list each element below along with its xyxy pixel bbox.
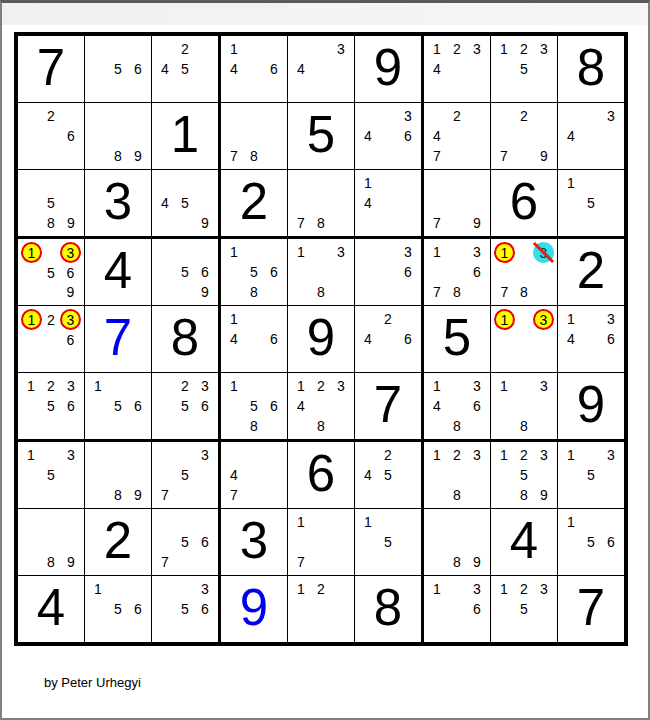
- cell-r7c9[interactable]: 135: [558, 442, 624, 509]
- cell-r4c4[interactable]: 1568: [221, 239, 288, 306]
- candidate: 8: [453, 285, 461, 299]
- pm-pos-8: 8: [311, 416, 331, 436]
- candidate: 6: [404, 129, 412, 143]
- candidate: 8: [317, 216, 325, 230]
- pm-pos-5: [311, 59, 331, 79]
- pm-pos-8: [244, 485, 264, 505]
- pm-pos-6: 6: [128, 599, 148, 619]
- cell-r5c2[interactable]: 7: [85, 306, 152, 373]
- pm-pos-2: 2: [514, 106, 534, 126]
- candidate: 3: [201, 582, 209, 596]
- cell-r4c7[interactable]: 13678: [424, 239, 491, 306]
- candidate: 5: [520, 62, 528, 76]
- pm-pos-9: [331, 619, 351, 639]
- pm-pos-2: [175, 173, 195, 193]
- cell-r6c7[interactable]: 13468: [424, 373, 491, 442]
- pm-pos-5: 5: [514, 59, 534, 79]
- cell-r4c2[interactable]: 4: [85, 239, 152, 306]
- cell-r9c2[interactable]: 156: [85, 576, 152, 642]
- cell-r1c4[interactable]: 146: [221, 36, 288, 103]
- cell-r8c7[interactable]: 89: [424, 509, 491, 576]
- cell-r2c7[interactable]: 247: [424, 103, 491, 170]
- cell-r1c3[interactable]: 245: [152, 36, 221, 103]
- given-digit: 6: [491, 170, 557, 236]
- pm-pos-3: [601, 512, 621, 532]
- pm-pos-9: [467, 416, 487, 436]
- pm-pos-9: [467, 79, 487, 99]
- cell-r8c9[interactable]: 156: [558, 509, 624, 576]
- candidate-circled: 1: [21, 309, 42, 330]
- pm-pos-1: [88, 39, 108, 59]
- pm-pos-3: [264, 106, 284, 126]
- pm-pos-3: [264, 39, 284, 59]
- pm-pos-4: [155, 396, 175, 416]
- pencil-marks: 135: [558, 442, 624, 508]
- cell-r5c7[interactable]: 5: [424, 306, 491, 373]
- pm-pos-2: [378, 173, 398, 193]
- pm-pos-3: 3: [398, 242, 418, 262]
- cell-r9c6[interactable]: 8: [355, 576, 424, 642]
- pm-pos-3: 3: [195, 376, 215, 396]
- pm-pos-6: [533, 330, 554, 350]
- candidate: 3: [540, 379, 548, 393]
- pm-pos-4: [561, 193, 581, 213]
- pm-pos-1: 1: [561, 512, 581, 532]
- pm-pos-2: [447, 242, 467, 262]
- pm-pos-2: 2: [447, 106, 467, 126]
- candidate: 3: [337, 245, 345, 259]
- pm-pos-7: [21, 350, 42, 370]
- pm-pos-6: 6: [128, 59, 148, 79]
- candidate: 5: [114, 602, 122, 616]
- pm-pos-1: 1: [427, 445, 447, 465]
- pm-pos-1: 1: [494, 376, 514, 396]
- pm-pos-1: 1: [358, 173, 378, 193]
- cell-r2c9[interactable]: 34: [558, 103, 624, 170]
- candidate: 3: [607, 448, 615, 462]
- pm-pos-5: [515, 263, 533, 283]
- pm-pos-1: [21, 512, 41, 532]
- pm-pos-5: [447, 262, 467, 282]
- cell-r6c4[interactable]: 1568: [221, 373, 288, 442]
- cell-r2c6[interactable]: 346: [355, 103, 424, 170]
- candidate: 8: [520, 488, 528, 502]
- pm-pos-9: [195, 619, 215, 639]
- pm-pos-8: [378, 485, 398, 505]
- pm-pos-4: [427, 262, 447, 282]
- candidate: 7: [161, 555, 169, 569]
- pm-pos-8: [175, 485, 195, 505]
- pm-pos-1: 1: [291, 376, 311, 396]
- cell-r6c8[interactable]: 138: [491, 373, 558, 442]
- pm-pos-5: [108, 126, 128, 146]
- pencil-marks: 13678: [424, 239, 490, 305]
- pm-pos-6: 6: [61, 126, 81, 146]
- pm-pos-5: 5: [175, 465, 195, 485]
- pencil-marks: 138: [288, 239, 354, 305]
- pm-pos-6: [128, 465, 148, 485]
- pm-pos-3: [467, 512, 487, 532]
- cell-r6c2[interactable]: 156: [85, 373, 152, 442]
- pm-pos-3: 3: [467, 445, 487, 465]
- pm-pos-6: 6: [60, 263, 81, 283]
- pm-pos-3: 3: [331, 376, 351, 396]
- candidate: 4: [230, 332, 238, 346]
- pm-pos-7: [224, 79, 244, 99]
- candidate: 5: [47, 196, 55, 210]
- pm-pos-6: [195, 59, 215, 79]
- cell-r6c1[interactable]: 12356: [18, 373, 85, 442]
- candidate: 3: [404, 109, 412, 123]
- cell-r5c5[interactable]: 9: [288, 306, 355, 373]
- cell-r7c6[interactable]: 245: [355, 442, 424, 509]
- pencil-marks: 156: [85, 576, 151, 642]
- pm-pos-9: [61, 146, 81, 166]
- cell-r8c4[interactable]: 3: [221, 509, 288, 576]
- cell-r9c7[interactable]: 136: [424, 576, 491, 642]
- candidate: 8: [453, 488, 461, 502]
- cell-r4c9[interactable]: 2: [558, 239, 624, 306]
- pm-pos-3: [534, 106, 554, 126]
- cell-r9c5[interactable]: 12: [288, 576, 355, 642]
- candidate: 3: [473, 448, 481, 462]
- pm-pos-3: [264, 309, 284, 329]
- candidate: 8: [317, 285, 325, 299]
- cell-r5c1[interactable]: 1236: [18, 306, 85, 373]
- pm-pos-7: [88, 485, 108, 505]
- cell-r4c1[interactable]: 13569: [18, 239, 85, 306]
- cell-r1c9[interactable]: 8: [558, 36, 624, 103]
- candidate: 2: [317, 582, 325, 596]
- pm-pos-6: [331, 262, 351, 282]
- pencil-marks: 1235: [491, 36, 557, 102]
- candidate: 6: [201, 399, 209, 413]
- cell-r7c4[interactable]: 47: [221, 442, 288, 509]
- candidate: 6: [270, 265, 278, 279]
- cell-r7c2[interactable]: 89: [85, 442, 152, 509]
- given-digit: 4: [491, 509, 557, 575]
- pm-pos-5: [311, 532, 331, 552]
- pm-pos-9: [467, 485, 487, 505]
- pm-pos-4: [21, 126, 41, 146]
- pm-pos-1: 1: [21, 376, 41, 396]
- cell-r3c3[interactable]: 459: [152, 170, 221, 239]
- pm-pos-6: 6: [467, 262, 487, 282]
- pm-pos-3: [398, 173, 418, 193]
- cell-r3c5[interactable]: 78: [288, 170, 355, 239]
- candidate: 6: [67, 129, 75, 143]
- candidate: 2: [453, 109, 461, 123]
- given-digit: 4: [85, 239, 151, 305]
- pm-pos-3: 3: [467, 579, 487, 599]
- pencil-marks: 245: [152, 36, 218, 102]
- pm-pos-6: [398, 465, 418, 485]
- pm-pos-6: 6: [467, 599, 487, 619]
- pm-pos-6: [601, 465, 621, 485]
- pm-pos-5: [311, 599, 331, 619]
- cell-r8c3[interactable]: 567: [152, 509, 221, 576]
- pm-pos-2: [41, 445, 61, 465]
- candidate: 1: [297, 245, 305, 259]
- pm-pos-4: [155, 465, 175, 485]
- pm-pos-4: [494, 599, 514, 619]
- pm-pos-5: 5: [378, 532, 398, 552]
- pm-pos-4: 4: [358, 465, 378, 485]
- pm-pos-6: [331, 396, 351, 416]
- pm-pos-4: [427, 532, 447, 552]
- candidate: 8: [317, 419, 325, 433]
- pm-pos-7: 7: [494, 146, 514, 166]
- pm-pos-5: [447, 599, 467, 619]
- pm-pos-7: [21, 485, 41, 505]
- candidate: 4: [161, 196, 169, 210]
- pm-pos-1: 1: [427, 242, 447, 262]
- cell-r4c8[interactable]: 1378: [491, 239, 558, 306]
- cell-r8c8[interactable]: 4: [491, 509, 558, 576]
- pm-pos-7: [427, 416, 447, 436]
- pencil-marks: 123589: [491, 442, 557, 508]
- cell-r7c3[interactable]: 357: [152, 442, 221, 509]
- pm-pos-7: [427, 79, 447, 99]
- candidate: 3: [607, 109, 615, 123]
- candidate: 9: [134, 488, 142, 502]
- cell-r1c8[interactable]: 1235: [491, 36, 558, 103]
- pm-pos-8: [447, 213, 467, 233]
- cell-r8c2[interactable]: 2: [85, 509, 152, 576]
- pm-pos-6: [467, 126, 487, 146]
- candidate: 3: [473, 42, 481, 56]
- pm-pos-2: [311, 39, 331, 59]
- cell-r2c4[interactable]: 78: [221, 103, 288, 170]
- candidate: 1: [230, 312, 238, 326]
- app-window: 7562451463491234123582689178534624727934…: [0, 0, 650, 720]
- cell-r9c4[interactable]: 9: [221, 576, 288, 642]
- cell-r3c8[interactable]: 6: [491, 170, 558, 239]
- pm-pos-3: 3: [195, 445, 215, 465]
- pm-pos-5: [244, 329, 264, 349]
- pm-pos-3: [331, 579, 351, 599]
- pm-pos-3: [128, 376, 148, 396]
- cell-r5c6[interactable]: 246: [355, 306, 424, 373]
- given-digit: 4: [18, 576, 84, 642]
- cell-r8c6[interactable]: 15: [355, 509, 424, 576]
- cell-r4c3[interactable]: 569: [152, 239, 221, 306]
- pm-pos-7: [358, 552, 378, 572]
- candidate: 5: [181, 399, 189, 413]
- pm-pos-7: 7: [155, 485, 175, 505]
- pm-pos-1: [155, 376, 175, 396]
- cell-r5c9[interactable]: 1346: [558, 306, 624, 373]
- cell-r1c7[interactable]: 1234: [424, 36, 491, 103]
- pm-pos-2: 2: [378, 309, 398, 329]
- pm-pos-3: 3: [331, 39, 351, 59]
- pm-pos-9: [264, 282, 284, 302]
- cell-r1c2[interactable]: 56: [85, 36, 152, 103]
- cell-r5c3[interactable]: 8: [152, 306, 221, 373]
- cell-r2c8[interactable]: 279: [491, 103, 558, 170]
- pm-pos-9: [601, 552, 621, 572]
- pm-pos-9: [264, 485, 284, 505]
- candidate: 5: [250, 399, 258, 413]
- cell-r7c1[interactable]: 135: [18, 442, 85, 509]
- pm-pos-7: [358, 146, 378, 166]
- pm-pos-2: [447, 173, 467, 193]
- pencil-marks: 567: [152, 509, 218, 575]
- candidate: 3: [337, 42, 345, 56]
- pencil-marks: 13569: [18, 239, 84, 305]
- solver-entered-digit: 7: [85, 306, 151, 372]
- cell-r5c8[interactable]: 13: [491, 306, 558, 373]
- pm-pos-6: [61, 532, 81, 552]
- pm-pos-3: [398, 309, 418, 329]
- cell-r9c9[interactable]: 7: [558, 576, 624, 642]
- cell-r2c1[interactable]: 26: [18, 103, 85, 170]
- candidate: 1: [230, 245, 238, 259]
- pm-pos-6: [195, 193, 215, 213]
- cell-r1c5[interactable]: 34: [288, 36, 355, 103]
- cell-r3c6[interactable]: 14: [355, 170, 424, 239]
- pm-pos-4: [21, 396, 41, 416]
- cell-r3c9[interactable]: 15: [558, 170, 624, 239]
- pm-pos-8: 8: [447, 416, 467, 436]
- pm-pos-2: [244, 376, 264, 396]
- pm-pos-7: 7: [427, 146, 447, 166]
- cell-r3c4[interactable]: 2: [221, 170, 288, 239]
- pm-pos-5: [244, 59, 264, 79]
- candidate: 1: [27, 379, 35, 393]
- pm-pos-2: [515, 309, 533, 330]
- candidate-circled: 3: [533, 309, 554, 330]
- pm-pos-4: 4: [427, 396, 447, 416]
- pm-pos-7: [494, 485, 514, 505]
- pm-pos-7: [224, 416, 244, 436]
- candidate: 1: [500, 582, 508, 596]
- pm-pos-2: [581, 309, 601, 329]
- pm-pos-1: [427, 173, 447, 193]
- pm-pos-4: 4: [224, 465, 244, 485]
- cell-r2c3[interactable]: 1: [152, 103, 221, 170]
- sudoku-grid: 7562451463491234123582689178534624727934…: [14, 32, 628, 646]
- cell-r6c5[interactable]: 12348: [288, 373, 355, 442]
- cell-r5c4[interactable]: 146: [221, 306, 288, 373]
- cell-r2c2[interactable]: 89: [85, 103, 152, 170]
- cell-r4c5[interactable]: 138: [288, 239, 355, 306]
- pm-pos-8: [244, 79, 264, 99]
- candidate: 3: [540, 582, 548, 596]
- cell-r3c2[interactable]: 3: [85, 170, 152, 239]
- candidate: 7: [433, 285, 441, 299]
- cell-r7c7[interactable]: 1238: [424, 442, 491, 509]
- pm-pos-8: 8: [41, 213, 61, 233]
- candidate: 9: [67, 216, 75, 230]
- candidate: 9: [201, 216, 209, 230]
- pm-pos-5: [378, 329, 398, 349]
- candidate: 1: [364, 176, 372, 190]
- cell-r3c1[interactable]: 589: [18, 170, 85, 239]
- cell-r7c8[interactable]: 123589: [491, 442, 558, 509]
- pm-pos-8: [515, 350, 533, 370]
- pm-pos-5: 5: [108, 59, 128, 79]
- pm-pos-7: [358, 282, 378, 302]
- cell-r8c5[interactable]: 17: [288, 509, 355, 576]
- pm-pos-7: [88, 79, 108, 99]
- pm-pos-9: [398, 552, 418, 572]
- pm-pos-6: 6: [60, 330, 81, 350]
- pm-pos-6: 6: [398, 126, 418, 146]
- pm-pos-5: 5: [175, 396, 195, 416]
- candidate: 2: [181, 42, 189, 56]
- pm-pos-5: 5: [108, 396, 128, 416]
- candidate: 7: [500, 149, 508, 163]
- pm-pos-7: [561, 213, 581, 233]
- candidate: 5: [384, 535, 392, 549]
- cell-r4c6[interactable]: 36: [355, 239, 424, 306]
- pencil-marks: 1378: [491, 239, 557, 305]
- pm-pos-8: [514, 146, 534, 166]
- pm-pos-4: [561, 532, 581, 552]
- pm-pos-5: 5: [108, 599, 128, 619]
- pm-pos-3: 3: [195, 579, 215, 599]
- pm-pos-9: [534, 416, 554, 436]
- candidate-eliminated: 3: [533, 242, 554, 263]
- cell-r6c3[interactable]: 2356: [152, 373, 221, 442]
- candidate: 6: [270, 399, 278, 413]
- pm-pos-5: [447, 193, 467, 213]
- candidate: 7: [297, 216, 305, 230]
- candidate: 9: [473, 555, 481, 569]
- pm-pos-7: 7: [224, 146, 244, 166]
- pm-pos-3: [264, 376, 284, 396]
- pencil-marks: 1346: [558, 306, 624, 372]
- candidate: 1: [433, 379, 441, 393]
- cell-r1c6[interactable]: 9: [355, 36, 424, 103]
- candidate: 1: [433, 42, 441, 56]
- candidate: 1: [567, 515, 575, 529]
- pm-pos-2: 2: [175, 376, 195, 396]
- pm-pos-7: [494, 619, 514, 639]
- cell-r1c1[interactable]: 7: [18, 36, 85, 103]
- pm-pos-7: 7: [155, 552, 175, 572]
- pm-pos-1: 1: [224, 309, 244, 329]
- pm-pos-2: [108, 106, 128, 126]
- cell-r6c6[interactable]: 7: [355, 373, 424, 442]
- pm-pos-6: 6: [398, 262, 418, 282]
- cell-r9c3[interactable]: 356: [152, 576, 221, 642]
- cell-r3c7[interactable]: 79: [424, 170, 491, 239]
- candidate: 3: [540, 448, 548, 462]
- candidate: 6: [270, 332, 278, 346]
- pm-pos-8: [378, 213, 398, 233]
- pm-pos-8: [108, 619, 128, 639]
- cell-r6c9[interactable]: 9: [558, 373, 624, 442]
- cell-r7c5[interactable]: 6: [288, 442, 355, 509]
- pencil-marks: 247: [424, 103, 490, 169]
- cell-r9c1[interactable]: 4: [18, 576, 85, 642]
- cell-r2c5[interactable]: 5: [288, 103, 355, 170]
- pm-pos-6: 6: [601, 329, 621, 349]
- pencil-marks: 89: [18, 509, 84, 575]
- pm-pos-4: [224, 126, 244, 146]
- candidate: 1: [94, 582, 102, 596]
- pm-pos-2: [378, 106, 398, 126]
- cell-r8c1[interactable]: 89: [18, 509, 85, 576]
- cell-r9c8[interactable]: 1235: [491, 576, 558, 642]
- pm-pos-5: [447, 396, 467, 416]
- pm-pos-9: 9: [534, 146, 554, 166]
- pm-pos-3: 3: [61, 376, 81, 396]
- pm-pos-9: [398, 485, 418, 505]
- candidate: 2: [384, 448, 392, 462]
